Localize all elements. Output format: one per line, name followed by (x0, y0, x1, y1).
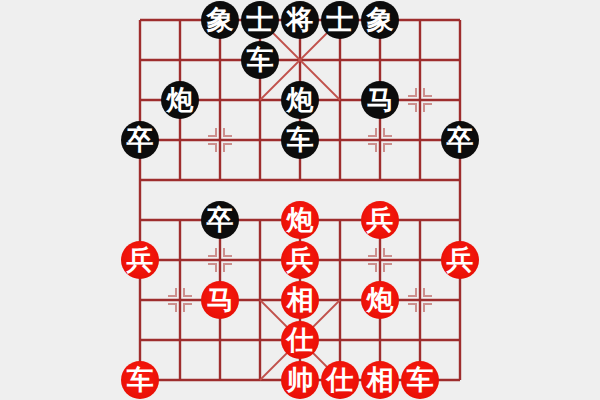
piece-red-soldier[interactable]: 兵 (361, 201, 399, 239)
piece-black-soldier[interactable]: 卒 (201, 201, 239, 239)
piece-black-elephant[interactable]: 象 (201, 1, 239, 39)
piece-red-chariot[interactable]: 车 (121, 361, 159, 399)
piece-black-chariot[interactable]: 车 (281, 121, 319, 159)
piece-red-soldier[interactable]: 兵 (281, 241, 319, 279)
piece-red-soldier[interactable]: 兵 (441, 241, 479, 279)
piece-black-elephant[interactable]: 象 (361, 1, 399, 39)
xiangqi-board-screen: 象士将士象车炮炮马卒车卒卒炮兵兵兵兵马相炮仕车帅仕相车 (0, 0, 600, 400)
piece-red-advisor[interactable]: 仕 (281, 321, 319, 359)
piece-black-king[interactable]: 将 (281, 1, 319, 39)
piece-red-advisor[interactable]: 仕 (321, 361, 359, 399)
piece-red-cannon[interactable]: 炮 (361, 281, 399, 319)
piece-red-horse[interactable]: 马 (201, 281, 239, 319)
piece-red-elephant[interactable]: 相 (361, 361, 399, 399)
piece-black-soldier[interactable]: 卒 (441, 121, 479, 159)
piece-red-chariot[interactable]: 车 (401, 361, 439, 399)
piece-black-cannon[interactable]: 炮 (161, 81, 199, 119)
piece-black-advisor[interactable]: 士 (241, 1, 279, 39)
piece-black-soldier[interactable]: 卒 (121, 121, 159, 159)
piece-black-chariot[interactable]: 车 (241, 41, 279, 79)
piece-layer: 象士将士象车炮炮马卒车卒卒炮兵兵兵兵马相炮仕车帅仕相车 (120, 0, 480, 400)
xiangqi-board: 象士将士象车炮炮马卒车卒卒炮兵兵兵兵马相炮仕车帅仕相车 (120, 0, 480, 400)
piece-black-advisor[interactable]: 士 (321, 1, 359, 39)
piece-red-king[interactable]: 帅 (281, 361, 319, 399)
piece-red-soldier[interactable]: 兵 (121, 241, 159, 279)
piece-red-elephant[interactable]: 相 (281, 281, 319, 319)
piece-red-cannon[interactable]: 炮 (281, 201, 319, 239)
piece-black-horse[interactable]: 马 (361, 81, 399, 119)
piece-black-cannon[interactable]: 炮 (281, 81, 319, 119)
